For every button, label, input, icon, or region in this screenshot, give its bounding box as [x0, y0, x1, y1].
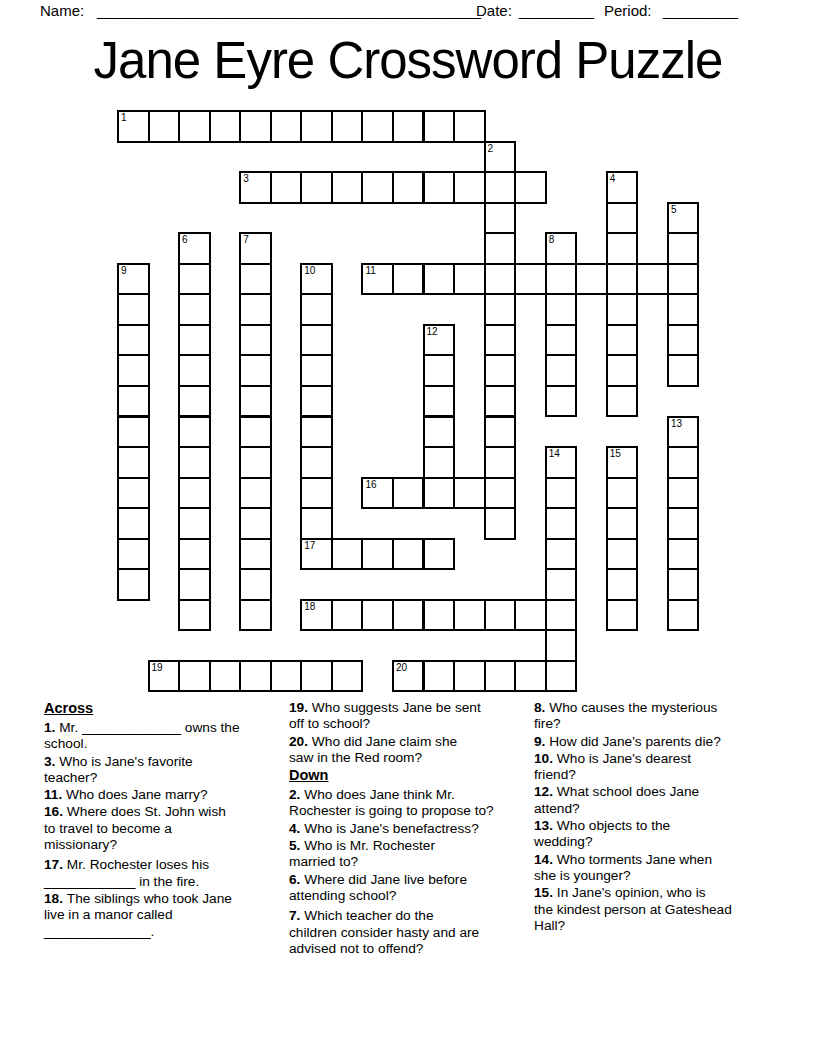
grid-cell[interactable] [117, 477, 150, 510]
grid-cell[interactable] [239, 110, 272, 143]
grid-cell[interactable] [606, 385, 639, 418]
grid-cell[interactable] [239, 538, 272, 571]
grid-cell[interactable] [453, 477, 486, 510]
clue-2: 2. Who does Jane think Mr. Rochester is … [289, 787, 535, 820]
grid-cell[interactable] [117, 324, 150, 357]
grid-cell[interactable] [606, 324, 639, 357]
clue-14: 14. Who torments Jane when she is younge… [534, 852, 780, 885]
grid-cell[interactable] [575, 263, 608, 296]
clue-number-label: 17. [44, 857, 67, 872]
clue-11: 11. Who does Jane marry? [44, 787, 290, 803]
grid-cell[interactable] [392, 263, 425, 296]
grid-cell[interactable]: 4 [606, 171, 639, 204]
grid-cell[interactable] [667, 324, 700, 357]
grid-cell[interactable] [148, 110, 181, 143]
clue-number-label: 9. [534, 734, 549, 749]
clue-column: Across1. Mr. _____________ owns the scho… [44, 700, 290, 941]
clue-12: 12. What school does Jane attend? [534, 784, 780, 817]
name-blank: ________________________________________… [97, 2, 481, 19]
clue-number-label: 13. [534, 818, 557, 833]
grid-cell[interactable] [667, 263, 700, 296]
grid-cell[interactable] [423, 446, 456, 479]
grid-cell[interactable] [545, 599, 578, 632]
grid-cell[interactable] [545, 629, 578, 662]
grid-cell[interactable] [392, 110, 425, 143]
grid-cell[interactable] [514, 171, 547, 204]
grid-cell[interactable] [117, 507, 150, 540]
grid-cell[interactable] [392, 599, 425, 632]
grid-cell[interactable] [667, 354, 700, 387]
clue-1: 1. Mr. _____________ owns the school. [44, 720, 290, 753]
clue-17: 17. Mr. Rochester loses his ____________… [44, 857, 290, 890]
clue-6: 6. Where did Jane live before attending … [289, 872, 535, 905]
clue-15: 15. In Jane's opinion, who is the kindes… [534, 885, 780, 934]
grid-cell[interactable] [484, 477, 517, 510]
grid-cell[interactable] [300, 110, 333, 143]
grid-cell[interactable] [300, 293, 333, 326]
grid-cell[interactable]: 11 [361, 263, 394, 296]
grid-cell[interactable] [484, 446, 517, 479]
grid-cell[interactable] [545, 293, 578, 326]
grid-cell[interactable] [484, 232, 517, 265]
grid-cell[interactable] [484, 293, 517, 326]
grid-cell[interactable] [117, 293, 150, 326]
grid-cell[interactable] [178, 354, 211, 387]
grid-cell[interactable] [117, 538, 150, 571]
grid-cell[interactable] [239, 568, 272, 601]
grid-cell[interactable] [545, 660, 578, 693]
grid-cell[interactable] [178, 599, 211, 632]
clue-9: 9. How did Jane's parents die? [534, 734, 780, 750]
grid-cell[interactable] [239, 263, 272, 296]
grid-cell[interactable] [423, 263, 456, 296]
clue-number-label: 5. [289, 838, 304, 853]
clue-number-label: 15. [534, 885, 557, 900]
clue-10: 10. Who is Jane's dearest friend? [534, 751, 780, 784]
date-label: Date: [476, 2, 512, 19]
grid-cell[interactable] [392, 477, 425, 510]
down-heading: Down [289, 767, 535, 784]
grid-cell[interactable]: 20 [392, 660, 425, 693]
grid-cell[interactable] [178, 507, 211, 540]
grid-cell[interactable] [239, 660, 272, 693]
grid-cell[interactable] [178, 477, 211, 510]
grid-cell[interactable] [300, 385, 333, 418]
clue-number-label: 3. [44, 754, 59, 769]
grid-cell[interactable]: 13 [667, 416, 700, 449]
grid-cell[interactable] [667, 507, 700, 540]
grid-cell[interactable] [606, 202, 639, 235]
grid-cell[interactable]: 10 [300, 263, 333, 296]
grid-cell[interactable] [117, 385, 150, 418]
grid-cell[interactable] [239, 324, 272, 357]
grid-cell[interactable] [392, 171, 425, 204]
grid-cell[interactable] [117, 416, 150, 449]
grid-cell[interactable] [300, 477, 333, 510]
grid-cell[interactable] [361, 538, 394, 571]
grid-cell[interactable]: 6 [178, 232, 211, 265]
clue-7: 7. Which teacher do the children conside… [289, 908, 535, 957]
grid-cell[interactable] [484, 599, 517, 632]
grid-cell[interactable]: 8 [545, 232, 578, 265]
grid-cell[interactable]: 3 [239, 171, 272, 204]
grid-cell[interactable] [453, 171, 486, 204]
grid-cell[interactable] [178, 263, 211, 296]
clue-number: 13 [671, 419, 682, 429]
grid-cell[interactable] [331, 538, 364, 571]
grid-cell[interactable] [636, 263, 669, 296]
clue-19: 19. Who suggests Jane be sent off to sch… [289, 700, 535, 733]
grid-cell[interactable]: 1 [117, 110, 150, 143]
clue-number: 4 [610, 174, 616, 184]
grid-cell[interactable] [178, 324, 211, 357]
grid-cell[interactable]: 5 [667, 202, 700, 235]
grid-cell[interactable] [300, 416, 333, 449]
clue-number: 7 [243, 235, 249, 245]
grid-cell[interactable] [270, 110, 303, 143]
grid-cell[interactable] [423, 599, 456, 632]
clue-number-label: 12. [534, 784, 557, 799]
date-blank: _________ [519, 2, 594, 19]
grid-cell[interactable] [239, 354, 272, 387]
grid-cell[interactable] [453, 110, 486, 143]
period-blank: _________ [663, 2, 738, 19]
grid-cell[interactable] [606, 232, 639, 265]
grid-cell[interactable] [545, 324, 578, 357]
grid-cell[interactable] [606, 477, 639, 510]
grid-cell[interactable] [423, 416, 456, 449]
grid-cell[interactable]: 9 [117, 263, 150, 296]
clue-number: 8 [549, 235, 555, 245]
clue-number-label: 8. [534, 700, 549, 715]
clue-number: 16 [365, 480, 376, 490]
grid-cell[interactable] [209, 660, 242, 693]
grid-cell[interactable] [178, 293, 211, 326]
grid-cell[interactable] [606, 538, 639, 571]
name-label: Name: [40, 2, 84, 19]
grid-cell[interactable] [178, 446, 211, 479]
grid-cell[interactable] [484, 385, 517, 418]
grid-cell[interactable] [545, 538, 578, 571]
grid-cell[interactable]: 15 [606, 446, 639, 479]
clue-20: 20. Who did Jane claim she saw in the Re… [289, 734, 535, 767]
page-title: Jane Eyre Crossword Puzzle [0, 33, 816, 89]
clue-18: 18. The siblings who took Jane live in a… [44, 891, 290, 940]
grid-cell[interactable] [423, 660, 456, 693]
grid-cell[interactable] [239, 293, 272, 326]
grid-cell[interactable] [484, 660, 517, 693]
clue-number: 2 [488, 144, 494, 154]
grid-cell[interactable] [178, 568, 211, 601]
grid-cell[interactable] [667, 477, 700, 510]
grid-cell[interactable] [453, 263, 486, 296]
grid-cell[interactable] [239, 599, 272, 632]
grid-cell[interactable] [453, 599, 486, 632]
grid-cell[interactable] [209, 110, 242, 143]
grid-cell[interactable] [545, 385, 578, 418]
clue-number: 18 [304, 602, 315, 612]
grid-cell[interactable] [239, 507, 272, 540]
grid-cell[interactable] [606, 354, 639, 387]
grid-cell[interactable] [514, 263, 547, 296]
clue-number: 1 [121, 113, 127, 123]
grid-cell[interactable]: 12 [423, 324, 456, 357]
clue-13: 13. Who objects to the wedding? [534, 818, 780, 851]
grid-cell[interactable] [117, 568, 150, 601]
period-label: Period: [604, 2, 652, 19]
clue-column: 8. Who causes the mysterious fire?9. How… [534, 700, 780, 935]
clue-column: 19. Who suggests Jane be sent off to sch… [289, 700, 535, 958]
grid-cell[interactable] [667, 232, 700, 265]
clue-number-label: 2. [289, 787, 304, 802]
grid-cell[interactable]: 18 [300, 599, 333, 632]
grid-cell[interactable] [239, 477, 272, 510]
grid-cell[interactable] [117, 446, 150, 479]
grid-cell[interactable] [484, 507, 517, 540]
clue-number-label: 4. [289, 821, 304, 836]
grid-cell[interactable] [423, 354, 456, 387]
grid-cell[interactable] [300, 354, 333, 387]
grid-cell[interactable] [178, 110, 211, 143]
clue-number-label: 10. [534, 751, 557, 766]
clue-number-label: 6. [289, 872, 304, 887]
grid-cell[interactable]: 7 [239, 232, 272, 265]
grid-cell[interactable] [239, 446, 272, 479]
grid-cell[interactable] [300, 446, 333, 479]
grid-cell[interactable] [545, 263, 578, 296]
grid-cell[interactable] [453, 660, 486, 693]
grid-cell[interactable] [606, 507, 639, 540]
grid-cell[interactable] [606, 599, 639, 632]
grid-cell[interactable] [484, 202, 517, 235]
grid-cell[interactable] [545, 507, 578, 540]
grid-cell[interactable] [361, 171, 394, 204]
grid-cell[interactable] [361, 599, 394, 632]
grid-cell[interactable] [667, 568, 700, 601]
clue-number: 12 [427, 327, 438, 337]
grid-cell[interactable] [331, 110, 364, 143]
clue-number-label: 20. [289, 734, 312, 749]
grid-cell[interactable] [484, 416, 517, 449]
grid-cell[interactable] [545, 354, 578, 387]
grid-cell[interactable] [484, 171, 517, 204]
grid-cell[interactable]: 19 [148, 660, 181, 693]
grid-cell[interactable] [606, 293, 639, 326]
clue-number-label: 19. [289, 700, 312, 715]
clue-number-label: 18. [44, 891, 67, 906]
grid-cell[interactable] [423, 538, 456, 571]
clue-number: 19 [152, 663, 163, 673]
grid-cell[interactable] [331, 599, 364, 632]
clue-number: 9 [121, 266, 127, 276]
clue-number-label: 7. [289, 908, 304, 923]
grid-cell[interactable] [667, 599, 700, 632]
clue-4: 4. Who is Jane's benefactress? [289, 821, 535, 837]
grid-cell[interactable] [239, 385, 272, 418]
clue-5: 5. Who is Mr. Rochester married to? [289, 838, 535, 871]
clue-number-label: 16. [44, 804, 67, 819]
clue-number: 10 [304, 266, 315, 276]
grid-cell[interactable] [300, 324, 333, 357]
grid-cell[interactable] [423, 171, 456, 204]
grid-cell[interactable] [178, 385, 211, 418]
grid-cell[interactable] [178, 538, 211, 571]
grid-cell[interactable] [117, 354, 150, 387]
clue-number: 15 [610, 449, 621, 459]
grid-cell[interactable] [239, 416, 272, 449]
clue-3: 3. Who is Jane's favorite teacher? [44, 754, 290, 787]
clue-number-label: 14. [534, 852, 557, 867]
grid-cell[interactable]: 16 [361, 477, 394, 510]
clue-number: 20 [396, 663, 407, 673]
clue-8: 8. Who causes the mysterious fire? [534, 700, 780, 733]
grid-cell[interactable] [667, 446, 700, 479]
grid-cell[interactable] [484, 354, 517, 387]
grid-cell[interactable] [545, 568, 578, 601]
grid-cell[interactable] [484, 324, 517, 357]
across-heading: Across [44, 700, 290, 717]
grid-cell[interactable] [545, 477, 578, 510]
grid-cell[interactable] [392, 538, 425, 571]
grid-cell[interactable] [606, 568, 639, 601]
grid-cell[interactable] [300, 660, 333, 693]
grid-cell[interactable]: 14 [545, 446, 578, 479]
clue-number: 17 [304, 541, 315, 551]
grid-cell[interactable] [514, 660, 547, 693]
grid-cell[interactable] [514, 599, 547, 632]
grid-cell[interactable] [178, 660, 211, 693]
grid-cell[interactable] [361, 110, 394, 143]
clue-number: 3 [243, 174, 249, 184]
grid-cell[interactable] [270, 660, 303, 693]
grid-cell[interactable] [423, 110, 456, 143]
clue-number: 5 [671, 205, 677, 215]
grid-cell[interactable] [484, 263, 517, 296]
grid-cell[interactable]: 2 [484, 141, 517, 174]
grid-cell[interactable] [667, 293, 700, 326]
grid-cell[interactable] [270, 171, 303, 204]
grid-cell[interactable] [331, 171, 364, 204]
grid-cell[interactable] [606, 263, 639, 296]
clue-number: 11 [365, 266, 375, 276]
grid-cell[interactable] [178, 416, 211, 449]
clue-number-label: 11. [44, 787, 66, 802]
grid-cell[interactable] [331, 660, 364, 693]
grid-cell[interactable] [300, 171, 333, 204]
grid-cell[interactable] [423, 477, 456, 510]
grid-cell[interactable] [300, 507, 333, 540]
grid-cell[interactable] [667, 538, 700, 571]
clue-number: 6 [182, 235, 188, 245]
grid-cell[interactable] [423, 385, 456, 418]
grid-cell[interactable]: 17 [300, 538, 333, 571]
clue-number-label: 1. [44, 720, 59, 735]
clue-16: 16. Where does St. John wish to travel t… [44, 804, 290, 853]
clue-number: 14 [549, 449, 560, 459]
